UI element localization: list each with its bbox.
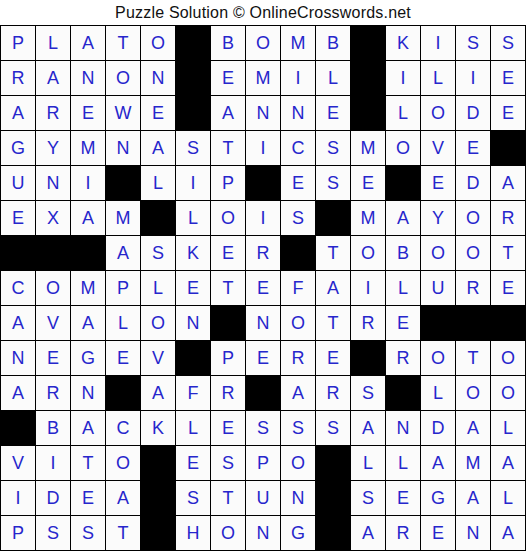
letter-cell: M — [351, 131, 385, 165]
letter-cell: G — [71, 341, 105, 375]
block-cell — [176, 61, 210, 95]
letter-cell: F — [176, 376, 210, 410]
letter-cell: S — [456, 26, 490, 60]
letter-cell: E — [281, 166, 315, 200]
letter-cell: A — [456, 481, 490, 515]
letter-cell: S — [71, 516, 105, 550]
letter-cell: C — [106, 411, 140, 445]
letter-cell: T — [106, 516, 140, 550]
letter-cell: S — [176, 481, 210, 515]
letter-cell: S — [316, 411, 350, 445]
block-cell — [36, 236, 70, 270]
block-cell — [316, 446, 350, 480]
letter-cell: T — [456, 341, 490, 375]
letter-cell: M — [71, 271, 105, 305]
block-cell — [1, 236, 35, 270]
block-cell — [491, 131, 525, 165]
letter-cell: S — [36, 516, 70, 550]
letter-cell: E — [491, 271, 525, 305]
letter-cell: I — [281, 61, 315, 95]
block-cell — [246, 166, 280, 200]
letter-cell: N — [141, 61, 175, 95]
letter-cell: A — [71, 26, 105, 60]
letter-cell: O — [36, 271, 70, 305]
letter-cell: T — [491, 236, 525, 270]
letter-cell: S — [281, 411, 315, 445]
letter-cell: Y — [36, 131, 70, 165]
letter-cell: O — [246, 26, 280, 60]
letter-cell: E — [211, 61, 245, 95]
letter-cell: S — [316, 131, 350, 165]
letter-cell: A — [351, 411, 385, 445]
letter-cell: F — [281, 271, 315, 305]
letter-cell: N — [71, 376, 105, 410]
letter-cell: N — [246, 516, 280, 550]
block-cell — [421, 306, 455, 340]
letter-cell: X — [36, 201, 70, 235]
letter-cell: R — [1, 61, 35, 95]
block-cell — [106, 166, 140, 200]
letter-cell: M — [281, 26, 315, 60]
letter-cell: N — [281, 96, 315, 130]
letter-cell: V — [1, 446, 35, 480]
letter-cell: P — [246, 446, 280, 480]
letter-cell: A — [106, 481, 140, 515]
letter-cell: R — [36, 376, 70, 410]
letter-cell: O — [456, 236, 490, 270]
block-cell — [386, 376, 420, 410]
block-cell — [176, 96, 210, 130]
letter-cell: A — [316, 271, 350, 305]
letter-cell: I — [456, 61, 490, 95]
letter-cell: S — [246, 411, 280, 445]
letter-cell: O — [421, 341, 455, 375]
letter-cell: A — [106, 236, 140, 270]
letter-cell: C — [281, 131, 315, 165]
letter-cell: A — [351, 516, 385, 550]
letter-cell: E — [71, 96, 105, 130]
letter-cell: T — [211, 481, 245, 515]
letter-cell: D — [456, 166, 490, 200]
letter-cell: E — [316, 341, 350, 375]
letter-cell: A — [141, 376, 175, 410]
letter-cell: A — [141, 131, 175, 165]
letter-cell: L — [141, 166, 175, 200]
letter-cell: R — [386, 516, 420, 550]
letter-cell: A — [71, 411, 105, 445]
block-cell — [386, 166, 420, 200]
letter-cell: O — [211, 201, 245, 235]
letter-cell: L — [491, 411, 525, 445]
letter-cell: N — [1, 341, 35, 375]
letter-cell: A — [386, 201, 420, 235]
letter-cell: M — [246, 61, 280, 95]
letter-cell: E — [36, 341, 70, 375]
block-cell — [141, 516, 175, 550]
letter-cell: L — [421, 376, 455, 410]
letter-cell: O — [211, 516, 245, 550]
letter-cell: N — [246, 96, 280, 130]
letter-cell: E — [386, 306, 420, 340]
letter-cell: L — [386, 96, 420, 130]
letter-cell: A — [1, 96, 35, 130]
letter-cell: O — [491, 341, 525, 375]
letter-cell: P — [211, 341, 245, 375]
letter-cell: P — [1, 26, 35, 60]
letter-cell: A — [491, 166, 525, 200]
letter-cell: E — [176, 446, 210, 480]
letter-cell: S — [351, 376, 385, 410]
letter-cell: N — [281, 481, 315, 515]
letter-cell: E — [351, 166, 385, 200]
letter-cell: T — [106, 26, 140, 60]
letter-cell: L — [36, 26, 70, 60]
letter-cell: L — [491, 481, 525, 515]
letter-cell: I — [386, 61, 420, 95]
letter-cell: G — [1, 131, 35, 165]
letter-cell: A — [71, 306, 105, 340]
letter-cell: O — [386, 131, 420, 165]
letter-cell: A — [491, 446, 525, 480]
letter-cell: G — [281, 516, 315, 550]
letter-cell: E — [1, 201, 35, 235]
letter-cell: R — [351, 306, 385, 340]
letter-cell: T — [316, 306, 350, 340]
block-cell — [456, 306, 490, 340]
letter-cell: O — [106, 61, 140, 95]
letter-cell: P — [1, 516, 35, 550]
letter-cell: Y — [421, 201, 455, 235]
letter-cell: O — [141, 26, 175, 60]
letter-cell: A — [36, 61, 70, 95]
letter-cell: B — [386, 236, 420, 270]
letter-cell: P — [106, 271, 140, 305]
letter-cell: B — [211, 26, 245, 60]
letter-cell: A — [1, 306, 35, 340]
letter-cell: B — [36, 411, 70, 445]
letter-cell: R — [211, 376, 245, 410]
letter-cell: T — [211, 131, 245, 165]
letter-cell: I — [71, 166, 105, 200]
letter-cell: I — [246, 131, 280, 165]
letter-cell: U — [421, 271, 455, 305]
letter-cell: R — [281, 341, 315, 375]
block-cell — [281, 236, 315, 270]
letter-cell: S — [351, 481, 385, 515]
letter-cell: E — [491, 61, 525, 95]
letter-cell: N — [106, 131, 140, 165]
letter-cell: V — [36, 306, 70, 340]
block-cell — [141, 446, 175, 480]
letter-cell: B — [316, 26, 350, 60]
letter-cell: I — [176, 166, 210, 200]
letter-cell: E — [106, 341, 140, 375]
letter-cell: L — [421, 61, 455, 95]
letter-cell: L — [351, 446, 385, 480]
letter-cell: I — [351, 271, 385, 305]
letter-cell: M — [351, 201, 385, 235]
block-cell — [246, 376, 280, 410]
letter-cell: S — [211, 446, 245, 480]
letter-cell: E — [491, 96, 525, 130]
letter-cell: D — [36, 481, 70, 515]
block-cell — [316, 201, 350, 235]
letter-cell: I — [36, 446, 70, 480]
letter-cell: E — [211, 236, 245, 270]
letter-cell: O — [281, 446, 315, 480]
letter-cell: L — [386, 446, 420, 480]
page-title: Puzzle Solution © OnlineCrosswords.net — [0, 0, 526, 25]
letter-cell: E — [316, 96, 350, 130]
block-cell — [316, 481, 350, 515]
letter-cell: A — [71, 201, 105, 235]
letter-cell: S — [281, 201, 315, 235]
letter-cell: E — [71, 481, 105, 515]
letter-cell: E — [421, 166, 455, 200]
crossword-grid: PLATOBOMBKISSRANONEMILILIEAREWEANNELODEG… — [0, 25, 526, 551]
block-cell — [141, 201, 175, 235]
letter-cell: E — [246, 271, 280, 305]
letter-cell: O — [456, 376, 490, 410]
letter-cell: S — [316, 166, 350, 200]
letter-cell: I — [246, 201, 280, 235]
block-cell — [351, 26, 385, 60]
block-cell — [176, 26, 210, 60]
block-cell — [211, 306, 245, 340]
letter-cell: W — [106, 96, 140, 130]
letter-cell: N — [176, 306, 210, 340]
block-cell — [141, 481, 175, 515]
block-cell — [1, 411, 35, 445]
letter-cell: N — [386, 411, 420, 445]
block-cell — [176, 341, 210, 375]
letter-cell: H — [176, 516, 210, 550]
letter-cell: L — [141, 271, 175, 305]
block-cell — [71, 236, 105, 270]
letter-cell: C — [1, 271, 35, 305]
letter-cell: M — [106, 201, 140, 235]
letter-cell: L — [386, 271, 420, 305]
letter-cell: R — [491, 201, 525, 235]
letter-cell: R — [36, 96, 70, 130]
letter-cell: V — [421, 131, 455, 165]
block-cell — [351, 61, 385, 95]
letter-cell: S — [141, 236, 175, 270]
block-cell — [491, 306, 525, 340]
letter-cell: N — [36, 166, 70, 200]
letter-cell: P — [211, 166, 245, 200]
letter-cell: T — [71, 446, 105, 480]
block-cell — [316, 516, 350, 550]
letter-cell: A — [211, 96, 245, 130]
letter-cell: A — [491, 516, 525, 550]
letter-cell: D — [456, 96, 490, 130]
letter-cell: E — [141, 96, 175, 130]
letter-cell: S — [176, 131, 210, 165]
letter-cell: E — [211, 411, 245, 445]
block-cell — [351, 96, 385, 130]
letter-cell: U — [246, 481, 280, 515]
letter-cell: R — [246, 236, 280, 270]
letter-cell: U — [1, 166, 35, 200]
block-cell — [106, 376, 140, 410]
letter-cell: L — [176, 201, 210, 235]
letter-cell: O — [106, 446, 140, 480]
letter-cell: G — [421, 481, 455, 515]
letter-cell: T — [211, 271, 245, 305]
letter-cell: V — [141, 341, 175, 375]
letter-cell: A — [456, 411, 490, 445]
letter-cell: K — [176, 236, 210, 270]
letter-cell: E — [176, 271, 210, 305]
letter-cell: L — [106, 306, 140, 340]
letter-cell: O — [456, 201, 490, 235]
letter-cell: A — [281, 376, 315, 410]
letter-cell: I — [1, 481, 35, 515]
letter-cell: M — [456, 446, 490, 480]
letter-cell: N — [71, 61, 105, 95]
letter-cell: L — [176, 411, 210, 445]
letter-cell: K — [141, 411, 175, 445]
letter-cell: N — [456, 516, 490, 550]
letter-cell: E — [246, 341, 280, 375]
letter-cell: A — [421, 446, 455, 480]
letter-cell: R — [456, 271, 490, 305]
letter-cell: E — [421, 516, 455, 550]
letter-cell: O — [491, 376, 525, 410]
letter-cell: N — [246, 306, 280, 340]
letter-cell: O — [351, 236, 385, 270]
letter-cell: A — [1, 376, 35, 410]
letter-cell: L — [316, 61, 350, 95]
letter-cell: M — [71, 131, 105, 165]
letter-cell: O — [141, 306, 175, 340]
letter-cell: R — [316, 376, 350, 410]
letter-cell: R — [386, 341, 420, 375]
letter-cell: T — [316, 236, 350, 270]
letter-cell: I — [421, 26, 455, 60]
letter-cell: K — [386, 26, 420, 60]
block-cell — [351, 341, 385, 375]
letter-cell: E — [456, 131, 490, 165]
letter-cell: O — [421, 236, 455, 270]
letter-cell: S — [491, 26, 525, 60]
letter-cell: O — [421, 96, 455, 130]
letter-cell: O — [281, 306, 315, 340]
letter-cell: E — [386, 481, 420, 515]
puzzle-solution-page: Puzzle Solution © OnlineCrosswords.net P… — [0, 0, 526, 551]
letter-cell: D — [421, 411, 455, 445]
